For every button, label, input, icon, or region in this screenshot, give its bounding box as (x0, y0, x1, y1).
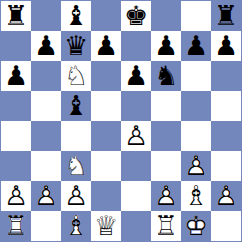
square-h4[interactable] (211, 121, 241, 151)
square-h5[interactable] (211, 91, 241, 121)
white-pawn[interactable]: ♟♙ (151, 181, 181, 211)
black-bishop[interactable]: ♝ (61, 1, 91, 31)
white-king[interactable]: ♚♔ (181, 211, 211, 241)
square-h8[interactable]: ♜ (211, 1, 241, 31)
square-d8[interactable] (91, 1, 121, 31)
white-pawn[interactable]: ♟♙ (1, 181, 31, 211)
black-pawn-glyph: ♟ (211, 31, 241, 61)
white-rook[interactable]: ♜♖ (151, 211, 181, 241)
square-a8[interactable]: ♜ (1, 1, 31, 31)
square-d2[interactable] (91, 181, 121, 211)
square-c4[interactable] (61, 121, 91, 151)
white-pawn[interactable]: ♟♙ (121, 121, 151, 151)
square-d5[interactable] (91, 91, 121, 121)
white-knight[interactable]: ♞♘ (61, 151, 91, 181)
black-rook[interactable]: ♜ (1, 1, 31, 31)
black-queen-glyph: ♛ (61, 31, 91, 61)
square-a7[interactable] (1, 31, 31, 61)
square-c6[interactable]: ♞♘ (61, 61, 91, 91)
square-g8[interactable] (181, 1, 211, 31)
square-h2[interactable]: ♟♙ (211, 181, 241, 211)
square-a6[interactable]: ♟ (1, 61, 31, 91)
white-knight[interactable]: ♞♘ (61, 61, 91, 91)
square-b6[interactable] (31, 61, 61, 91)
square-h1[interactable] (211, 211, 241, 241)
black-bishop-glyph: ♝ (61, 91, 91, 121)
square-c7[interactable]: ♛ (61, 31, 91, 61)
black-pawn[interactable]: ♟ (1, 61, 31, 91)
white-pawn-outline-glyph: ♙ (211, 181, 241, 211)
square-b2[interactable]: ♟♙ (31, 181, 61, 211)
white-king-outline-glyph: ♔ (181, 211, 211, 241)
square-d3[interactable] (91, 151, 121, 181)
white-pawn-outline-glyph: ♙ (151, 181, 181, 211)
white-rook-outline-glyph: ♖ (151, 211, 181, 241)
square-c3[interactable]: ♞♘ (61, 151, 91, 181)
black-pawn[interactable]: ♟ (211, 31, 241, 61)
white-pawn-outline-glyph: ♙ (181, 151, 211, 181)
black-pawn-glyph: ♟ (151, 31, 181, 61)
black-knight[interactable]: ♞ (151, 61, 181, 91)
black-pawn-glyph: ♟ (181, 31, 211, 61)
square-b7[interactable]: ♟ (31, 31, 61, 61)
white-knight-outline-glyph: ♘ (61, 61, 91, 91)
square-g2[interactable]: ♝♗ (181, 181, 211, 211)
black-pawn-glyph: ♟ (91, 31, 121, 61)
square-c5[interactable]: ♝ (61, 91, 91, 121)
square-h7[interactable]: ♟ (211, 31, 241, 61)
square-e3[interactable] (121, 151, 151, 181)
chess-board: ♜♝♚♜♟♛♟♟♟♟♟♞♘♟♞♝♟♙♞♘♟♙♟♙♟♙♟♙♟♙♝♗♟♙♜♖♝♗♛♕… (0, 0, 242, 242)
white-queen-outline-glyph: ♕ (91, 211, 121, 241)
square-f3[interactable] (151, 151, 181, 181)
square-g7[interactable]: ♟ (181, 31, 211, 61)
square-h3[interactable] (211, 151, 241, 181)
black-rook-glyph: ♜ (211, 1, 241, 31)
white-knight-outline-glyph: ♘ (61, 151, 91, 181)
white-pawn[interactable]: ♟♙ (181, 151, 211, 181)
square-b8[interactable] (31, 1, 61, 31)
square-e2[interactable] (121, 181, 151, 211)
black-pawn[interactable]: ♟ (151, 31, 181, 61)
square-a4[interactable] (1, 121, 31, 151)
square-c8[interactable]: ♝ (61, 1, 91, 31)
square-f2[interactable]: ♟♙ (151, 181, 181, 211)
square-g5[interactable] (181, 91, 211, 121)
black-rook-glyph: ♜ (1, 1, 31, 31)
square-d6[interactable] (91, 61, 121, 91)
square-d7[interactable]: ♟ (91, 31, 121, 61)
square-c2[interactable]: ♟♙ (61, 181, 91, 211)
square-e7[interactable] (121, 31, 151, 61)
white-pawn-outline-glyph: ♙ (61, 181, 91, 211)
square-g6[interactable] (181, 61, 211, 91)
white-pawn-outline-glyph: ♙ (31, 181, 61, 211)
black-king[interactable]: ♚ (121, 1, 151, 31)
square-b3[interactable] (31, 151, 61, 181)
square-g1[interactable]: ♚♔ (181, 211, 211, 241)
black-bishop[interactable]: ♝ (61, 91, 91, 121)
black-rook[interactable]: ♜ (211, 1, 241, 31)
white-bishop[interactable]: ♝♗ (181, 181, 211, 211)
black-bishop-glyph: ♝ (61, 1, 91, 31)
square-h6[interactable] (211, 61, 241, 91)
square-e8[interactable]: ♚ (121, 1, 151, 31)
black-pawn[interactable]: ♟ (91, 31, 121, 61)
white-pawn[interactable]: ♟♙ (211, 181, 241, 211)
square-f1[interactable]: ♜♖ (151, 211, 181, 241)
white-pawn-outline-glyph: ♙ (1, 181, 31, 211)
white-bishop[interactable]: ♝♗ (61, 211, 91, 241)
square-e1[interactable] (121, 211, 151, 241)
square-b1[interactable] (31, 211, 61, 241)
square-e6[interactable]: ♟ (121, 61, 151, 91)
square-g4[interactable] (181, 121, 211, 151)
square-a2[interactable]: ♟♙ (1, 181, 31, 211)
white-rook-outline-glyph: ♖ (1, 211, 31, 241)
square-g3[interactable]: ♟♙ (181, 151, 211, 181)
black-knight-glyph: ♞ (151, 61, 181, 91)
white-pawn[interactable]: ♟♙ (31, 181, 61, 211)
black-pawn-glyph: ♟ (1, 61, 31, 91)
white-pawn[interactable]: ♟♙ (61, 181, 91, 211)
black-pawn[interactable]: ♟ (121, 61, 151, 91)
square-b4[interactable] (31, 121, 61, 151)
white-bishop-outline-glyph: ♗ (61, 211, 91, 241)
square-f4[interactable] (151, 121, 181, 151)
square-e4[interactable]: ♟♙ (121, 121, 151, 151)
black-pawn[interactable]: ♟ (181, 31, 211, 61)
square-d1[interactable]: ♛♕ (91, 211, 121, 241)
square-e5[interactable] (121, 91, 151, 121)
black-pawn[interactable]: ♟ (31, 31, 61, 61)
square-a5[interactable] (1, 91, 31, 121)
black-king-glyph: ♚ (121, 1, 151, 31)
square-a1[interactable]: ♜♖ (1, 211, 31, 241)
square-c1[interactable]: ♝♗ (61, 211, 91, 241)
square-f7[interactable]: ♟ (151, 31, 181, 61)
black-pawn-glyph: ♟ (121, 61, 151, 91)
square-f8[interactable] (151, 1, 181, 31)
square-b5[interactable] (31, 91, 61, 121)
black-pawn-glyph: ♟ (31, 31, 61, 61)
white-queen[interactable]: ♛♕ (91, 211, 121, 241)
square-a3[interactable] (1, 151, 31, 181)
black-queen[interactable]: ♛ (61, 31, 91, 61)
square-f6[interactable]: ♞ (151, 61, 181, 91)
white-pawn-outline-glyph: ♙ (121, 121, 151, 151)
white-bishop-outline-glyph: ♗ (181, 181, 211, 211)
white-rook[interactable]: ♜♖ (1, 211, 31, 241)
square-f5[interactable] (151, 91, 181, 121)
square-d4[interactable] (91, 121, 121, 151)
